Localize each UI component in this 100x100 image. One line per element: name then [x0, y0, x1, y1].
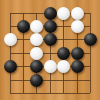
white-stone — [57, 7, 70, 20]
black-stone — [57, 47, 70, 60]
white-stone — [71, 20, 84, 33]
black-stone — [44, 7, 57, 20]
black-stone — [44, 20, 57, 33]
white-stone — [30, 33, 43, 46]
black-stone — [71, 47, 84, 60]
grid-line — [10, 93, 90, 94]
grid-line — [90, 13, 91, 93]
white-stone — [30, 47, 43, 60]
white-stone — [30, 20, 43, 33]
black-stone — [44, 33, 57, 46]
black-stone — [17, 20, 30, 33]
go-board[interactable] — [0, 0, 100, 100]
white-stone — [57, 60, 70, 73]
black-stone — [4, 60, 17, 73]
black-stone — [30, 74, 43, 87]
black-stone — [84, 33, 97, 46]
white-stone — [44, 60, 57, 73]
black-stone — [30, 60, 43, 73]
white-stone — [71, 7, 84, 20]
black-stone — [71, 60, 84, 73]
white-stone — [4, 33, 17, 46]
grid-line — [10, 80, 90, 81]
